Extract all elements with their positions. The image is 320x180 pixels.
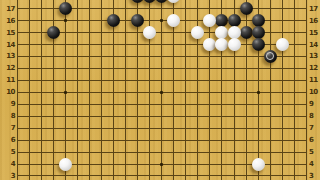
row-label: 4 <box>1 160 15 168</box>
black-stone <box>155 0 168 3</box>
white-stone <box>215 38 228 51</box>
row-label: 3 <box>1 172 15 180</box>
row-label: 17 <box>1 5 15 13</box>
row-label: 14 <box>1 41 15 49</box>
white-stone <box>252 158 265 171</box>
star-point <box>160 163 163 166</box>
star-point <box>160 91 163 94</box>
row-label: 7 <box>309 124 320 132</box>
white-stone <box>203 14 216 27</box>
grid-line-vertical <box>294 0 295 180</box>
row-label: 9 <box>309 100 320 108</box>
black-stone <box>240 26 253 39</box>
grid-line-vertical <box>306 0 307 180</box>
grid-line-vertical <box>125 0 126 180</box>
white-stone <box>228 38 241 51</box>
row-label: 3 <box>309 172 320 180</box>
row-label: 12 <box>1 64 15 72</box>
row-label: 13 <box>1 52 15 60</box>
black-stone <box>47 26 60 39</box>
row-label: 7 <box>1 124 15 132</box>
white-stone <box>203 38 216 51</box>
grid-line-vertical <box>17 0 18 180</box>
white-stone <box>143 26 156 39</box>
black-stone <box>107 14 120 27</box>
row-label: 13 <box>309 52 320 60</box>
white-stone <box>59 158 72 171</box>
row-label: 11 <box>309 76 320 84</box>
grid-line-vertical <box>41 0 42 180</box>
black-stone <box>264 50 277 63</box>
black-stone <box>131 0 144 3</box>
black-stone <box>240 2 253 15</box>
row-label: 15 <box>1 29 15 37</box>
grid-line-horizontal <box>17 152 307 153</box>
grid-line-horizontal <box>17 140 307 141</box>
grid-line-vertical <box>270 0 271 180</box>
row-label: 17 <box>309 5 320 13</box>
grid-line-horizontal <box>17 80 307 81</box>
row-label: 6 <box>1 136 15 144</box>
row-label: 5 <box>1 148 15 156</box>
grid-line-vertical <box>185 0 186 180</box>
row-label: 8 <box>1 112 15 120</box>
grid-line-vertical <box>77 0 78 180</box>
grid-line-horizontal <box>17 116 307 117</box>
white-stone <box>276 38 289 51</box>
go-board[interactable]: 1717161615151414131312121111101099887766… <box>0 0 320 180</box>
star-point <box>257 91 260 94</box>
grid-line-vertical <box>101 0 102 180</box>
row-label: 14 <box>309 41 320 49</box>
grid-line-horizontal <box>17 104 307 105</box>
row-label: 6 <box>309 136 320 144</box>
grid-line-vertical <box>89 0 90 180</box>
grid-line-vertical <box>29 0 30 180</box>
row-label: 10 <box>1 88 15 96</box>
row-label: 8 <box>309 112 320 120</box>
white-stone <box>191 26 204 39</box>
grid-line-horizontal <box>17 68 307 69</box>
row-label: 9 <box>1 100 15 108</box>
black-stone <box>143 0 156 3</box>
black-stone <box>59 2 72 15</box>
row-label: 15 <box>309 29 320 37</box>
row-label: 16 <box>309 17 320 25</box>
star-point <box>64 19 67 22</box>
black-stone <box>131 14 144 27</box>
grid-line-vertical <box>209 0 210 180</box>
row-label: 12 <box>309 64 320 72</box>
black-stone <box>252 38 265 51</box>
star-point <box>160 19 163 22</box>
grid-line-horizontal <box>17 128 307 129</box>
star-point <box>64 91 67 94</box>
row-label: 10 <box>309 88 320 96</box>
row-label: 5 <box>309 148 320 156</box>
row-label: 16 <box>1 17 15 25</box>
white-stone <box>167 0 180 3</box>
row-label: 4 <box>309 160 320 168</box>
grid-line-horizontal <box>17 175 307 176</box>
last-move-marker <box>266 52 274 60</box>
row-label: 11 <box>1 76 15 84</box>
white-stone <box>167 14 180 27</box>
grid-line-vertical <box>282 0 283 180</box>
